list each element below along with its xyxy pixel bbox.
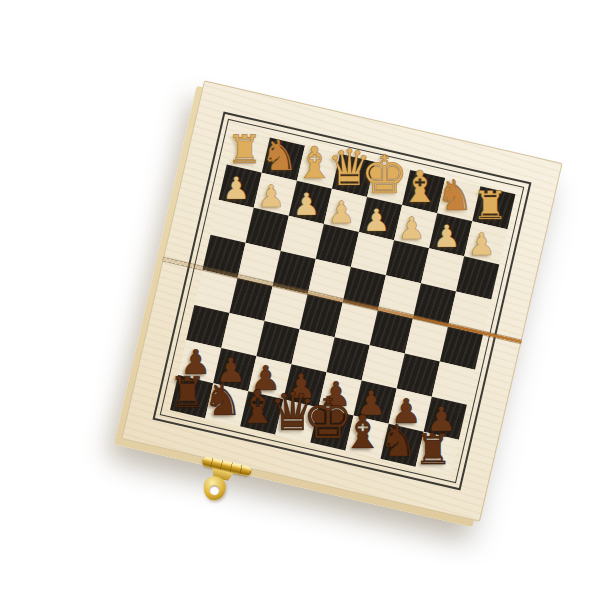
white-pawn: ♟ (328, 197, 356, 228)
black-pawn: ♟ (391, 394, 421, 428)
latch-hole-icon (209, 485, 220, 496)
brass-latch (191, 452, 256, 511)
white-pawn: ♟ (468, 229, 496, 260)
white-pawn: ♟ (363, 205, 391, 236)
black-pawn: ♟ (356, 386, 386, 420)
white-pawn: ♟ (222, 173, 250, 204)
white-pawn: ♟ (433, 221, 461, 252)
black-pawn: ♟ (216, 353, 246, 387)
white-pawn: ♟ (398, 213, 426, 244)
black-pawn: ♟ (426, 402, 456, 436)
black-pawn: ♟ (180, 345, 210, 379)
product-photo: ♜♞♝♛♚♝♞♜♟♟♟♟♟♟♟♟♟♟♟♟♟♟♟♟♜♞♝♛♚♝♞♜ (0, 0, 600, 600)
chess-box: ♜♞♝♛♚♝♞♜♟♟♟♟♟♟♟♟♟♟♟♟♟♟♟♟♜♞♝♛♚♝♞♜ (121, 80, 562, 521)
white-pawn: ♟ (257, 181, 285, 212)
black-pawn: ♟ (286, 369, 316, 403)
black-pawn: ♟ (321, 377, 351, 411)
white-pawn: ♟ (292, 189, 320, 220)
latch-pendant-icon (203, 475, 227, 501)
black-pawn: ♟ (251, 361, 281, 395)
